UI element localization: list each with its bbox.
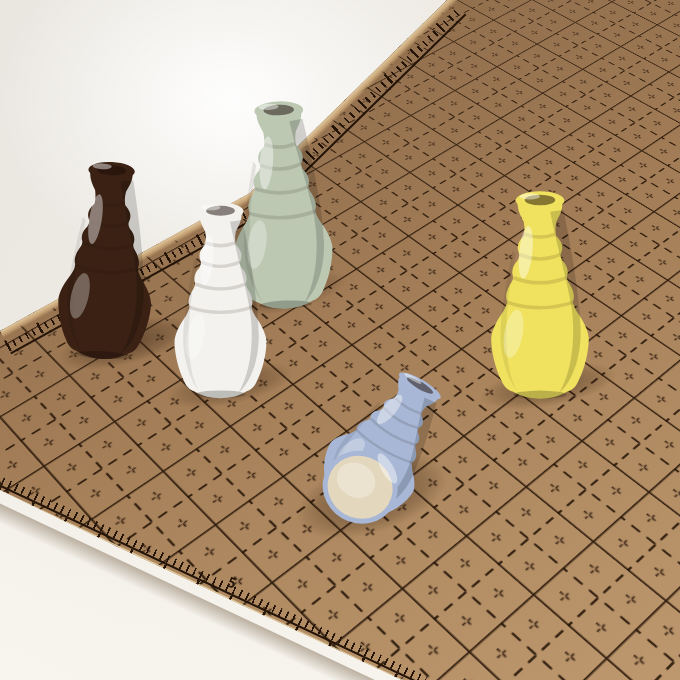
light-blue-vase	[266, 350, 486, 580]
white-vase	[163, 195, 278, 402]
photo-scene: 5	[0, 0, 680, 680]
yellow-vase	[479, 183, 601, 403]
dark-brown-vase	[44, 151, 171, 366]
